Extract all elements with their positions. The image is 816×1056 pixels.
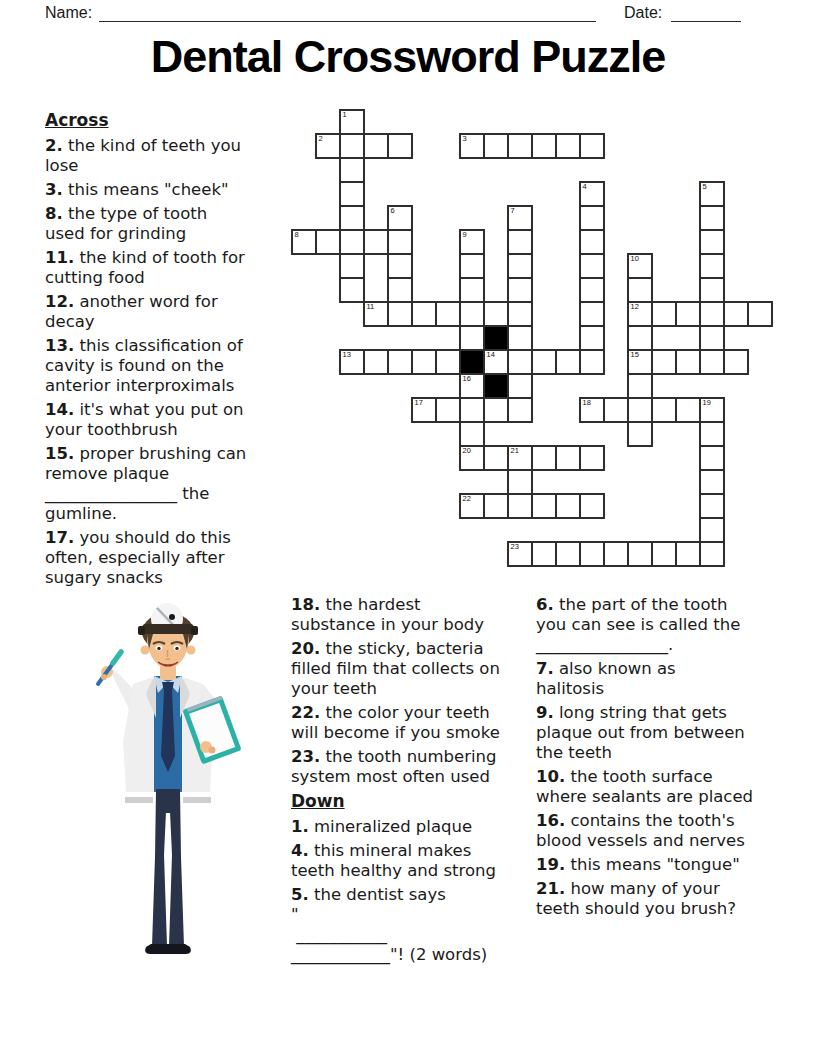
grid-cell[interactable] (339, 229, 365, 255)
grid-cell[interactable] (699, 205, 725, 231)
shoe-left (145, 944, 168, 954)
clue-number: 18 (583, 399, 591, 407)
grid-cell[interactable] (531, 541, 557, 567)
clue-down-1: 1. mineralized plaque (291, 817, 536, 837)
trouser-right-leg (169, 790, 184, 946)
grid-cell[interactable] (507, 349, 533, 375)
grid-cell[interactable] (459, 325, 485, 351)
clue-down-9: 9. long string that gets plaque out from… (536, 703, 778, 763)
grid-cell[interactable] (651, 541, 677, 567)
clue-down-16: 16. contains the tooth's blood vessels a… (536, 811, 778, 851)
grid-cell[interactable]: 12 (627, 301, 653, 327)
grid-cell[interactable] (579, 205, 605, 231)
grid-cell[interactable] (747, 301, 773, 327)
clue-across-3: 3. this means "cheek" (45, 180, 273, 200)
grid-cell[interactable] (579, 133, 605, 159)
grid-cell[interactable] (555, 133, 581, 159)
grid-cell[interactable]: 11 (363, 301, 389, 327)
pupil-left (157, 647, 160, 650)
grid-cell[interactable] (507, 493, 533, 519)
date-label: Date: (624, 4, 662, 22)
grid-cell[interactable] (675, 541, 701, 567)
grid-cell[interactable] (531, 133, 557, 159)
grid-cell[interactable] (507, 301, 533, 327)
grid-cell[interactable] (435, 349, 461, 375)
grid-cell-black (483, 325, 509, 351)
clue-down-21: 21. how many of your teeth should you br… (536, 879, 778, 919)
clue-across-8: 8. the type of tooth used for grinding (45, 204, 273, 244)
clue-number: 8 (295, 231, 299, 239)
clue-number: 1 (343, 111, 347, 119)
grid-cell[interactable] (339, 205, 365, 231)
clue-across-12: 12. another word for decay (45, 292, 273, 332)
clue-across-13: 13. this classification of cavity is fou… (45, 336, 273, 396)
grid-cell[interactable] (651, 349, 677, 375)
grid-cell[interactable] (387, 301, 413, 327)
grid-cell[interactable]: 13 (339, 349, 365, 375)
grid-cell[interactable]: 23 (507, 541, 533, 567)
grid-cell[interactable] (339, 277, 365, 303)
clue-number: 3 (463, 135, 467, 143)
grid-cell[interactable] (723, 301, 749, 327)
grid-cell[interactable] (483, 133, 509, 159)
grid-cell[interactable] (579, 277, 605, 303)
grid-cell[interactable] (507, 469, 533, 495)
grid-cell[interactable] (555, 349, 581, 375)
grid-cell[interactable] (579, 301, 605, 327)
crossword-grid: 1234567891011121314151617181920212223 (292, 110, 772, 566)
across-clue-list-continued: 18. the hardest substance in your body20… (291, 595, 536, 787)
down-clue-list: 1. mineralized plaque4. this mineral mak… (291, 817, 536, 965)
grid-cell[interactable]: 17 (411, 397, 437, 423)
grid-cell[interactable]: 19 (699, 397, 725, 423)
clue-number: 16 (463, 375, 471, 383)
grid-cell[interactable] (699, 325, 725, 351)
clue-number: 21 (511, 447, 519, 455)
grid-cell[interactable] (699, 349, 725, 375)
clue-across-11: 11. the kind of tooth for cutting food (45, 248, 273, 288)
grid-cell[interactable] (315, 229, 341, 255)
clue-down-4: 4. this mineral makes teeth healthy and … (291, 841, 536, 881)
grid-cell[interactable] (507, 325, 533, 351)
grid-cell[interactable]: 15 (627, 349, 653, 375)
clue-down-6: 6. the part of the tooth you can see is … (536, 595, 778, 655)
clue-number: 5 (703, 183, 707, 191)
grid-cell[interactable] (459, 253, 485, 279)
grid-cell[interactable] (627, 397, 653, 423)
grid-cell[interactable] (531, 349, 557, 375)
grid-cell[interactable] (627, 277, 653, 303)
grid-cell[interactable] (387, 277, 413, 303)
grid-cell[interactable]: 1 (339, 109, 365, 135)
clue-number: 4 (583, 183, 587, 191)
grid-cell[interactable] (339, 253, 365, 279)
grid-cell[interactable]: 14 (483, 349, 509, 375)
grid-cell[interactable] (483, 493, 509, 519)
grid-cell[interactable] (483, 397, 509, 423)
clue-number: 7 (511, 207, 515, 215)
grid-cell[interactable]: 8 (291, 229, 317, 255)
grid-cell[interactable] (435, 301, 461, 327)
grid-cell[interactable] (555, 541, 581, 567)
page-title: Dental Crossword Puzzle (0, 31, 816, 83)
grid-cell[interactable] (507, 133, 533, 159)
grid-cell[interactable] (699, 469, 725, 495)
clue-across-2: 2. the kind of teeth you lose (45, 136, 273, 176)
grid-cell[interactable]: 22 (459, 493, 485, 519)
grid-cell[interactable] (579, 493, 605, 519)
grid-cell[interactable] (555, 493, 581, 519)
grid-cell[interactable] (363, 349, 389, 375)
grid-cell[interactable] (603, 397, 629, 423)
clue-number: 17 (415, 399, 423, 407)
grid-cell[interactable] (339, 133, 365, 159)
tie-knot (162, 682, 174, 691)
headband (142, 624, 194, 634)
clue-number: 12 (631, 303, 639, 311)
grid-cell[interactable] (699, 253, 725, 279)
clue-number: 20 (463, 447, 471, 455)
grid-cell[interactable] (723, 349, 749, 375)
toothbrush-head-icon (113, 652, 121, 663)
head-mirror-hole (169, 614, 175, 620)
trouser-left-leg (152, 790, 167, 946)
grid-cell[interactable] (411, 301, 437, 327)
grid-cell[interactable] (387, 133, 413, 159)
clue-across-20: 20. the sticky, bacteria filled film tha… (291, 639, 536, 699)
clue-number: 6 (391, 207, 395, 215)
name-label: Name: (45, 4, 92, 22)
clue-number: 22 (463, 495, 471, 503)
dentist-illustration (88, 596, 248, 966)
grid-cell[interactable] (507, 253, 533, 279)
clue-across-23: 23. the tooth numbering system most ofte… (291, 747, 536, 787)
clue-down-7: 7. also known as halitosis (536, 659, 778, 699)
grid-cell[interactable] (531, 493, 557, 519)
grid-cell[interactable]: 4 (579, 181, 605, 207)
grid-cell[interactable] (675, 301, 701, 327)
grid-cell[interactable] (603, 541, 629, 567)
clue-across-22: 22. the color your teeth will become if … (291, 703, 536, 743)
coat-hem-left (125, 797, 153, 803)
grid-cell[interactable] (531, 445, 557, 471)
grid-cell[interactable] (699, 541, 725, 567)
date-blank-line (671, 21, 741, 22)
headband-knob-right (191, 626, 198, 635)
grid-cell[interactable] (387, 253, 413, 279)
grid-cell[interactable]: 3 (459, 133, 485, 159)
grid-cell[interactable] (675, 349, 701, 375)
grid-cell[interactable] (507, 229, 533, 255)
right-clues-column: 6. the part of the tooth you can see is … (536, 595, 778, 923)
clue-number: 10 (631, 255, 639, 263)
grid-cell[interactable]: 9 (459, 229, 485, 255)
clue-number: 13 (343, 351, 351, 359)
grid-cell[interactable] (627, 373, 653, 399)
grid-cell[interactable] (579, 541, 605, 567)
grid-cell[interactable] (699, 445, 725, 471)
right-fingers (209, 747, 216, 754)
across-clue-list: 2. the kind of teeth you lose3. this mea… (45, 136, 273, 588)
grid-cell[interactable] (699, 277, 725, 303)
grid-cell[interactable] (651, 301, 677, 327)
grid-cell[interactable] (507, 397, 533, 423)
clue-across-18: 18. the hardest substance in your body (291, 595, 536, 635)
grid-cell[interactable]: 6 (387, 205, 413, 231)
grid-cell-black (459, 349, 485, 375)
grid-cell[interactable] (675, 397, 701, 423)
grid-cell[interactable] (459, 397, 485, 423)
grid-cell[interactable] (483, 445, 509, 471)
grid-cell[interactable] (555, 445, 581, 471)
clue-number: 23 (511, 543, 519, 551)
grid-cell-black (483, 373, 509, 399)
grid-cell[interactable] (699, 229, 725, 255)
grid-cell[interactable]: 5 (699, 181, 725, 207)
grid-cell[interactable] (579, 229, 605, 255)
grid-cell[interactable] (459, 421, 485, 447)
grid-cell[interactable] (627, 421, 653, 447)
clue-across-15: 15. proper brushing can remove plaque __… (45, 444, 273, 524)
grid-cell[interactable]: 16 (459, 373, 485, 399)
grid-cell[interactable] (579, 325, 605, 351)
grid-cell[interactable] (363, 229, 389, 255)
grid-cell[interactable] (411, 349, 437, 375)
headband-knob-left (138, 626, 145, 635)
grid-cell[interactable] (435, 397, 461, 423)
grid-cell[interactable]: 18 (579, 397, 605, 423)
grid-cell[interactable] (699, 493, 725, 519)
middle-clues-column: 18. the hardest substance in your body20… (291, 595, 536, 969)
grid-cell[interactable] (387, 229, 413, 255)
grid-cell[interactable] (699, 301, 725, 327)
grid-cell[interactable] (699, 421, 725, 447)
grid-cell[interactable] (507, 373, 533, 399)
down-heading: Down (291, 791, 536, 811)
grid-cell[interactable] (483, 301, 509, 327)
grid-cell[interactable] (507, 277, 533, 303)
clue-number: 2 (319, 135, 323, 143)
clue-down-10: 10. the tooth surface where sealants are… (536, 767, 778, 807)
clue-across-17: 17. you should do this often, especially… (45, 528, 273, 588)
grid-cell[interactable]: 21 (507, 445, 533, 471)
grid-cell[interactable] (579, 253, 605, 279)
grid-cell[interactable]: 10 (627, 253, 653, 279)
grid-cell[interactable]: 7 (507, 205, 533, 231)
clue-number: 15 (631, 351, 639, 359)
across-heading: Across (45, 110, 273, 130)
grid-cell[interactable] (363, 133, 389, 159)
name-blank-line (99, 21, 596, 22)
grid-cell[interactable] (651, 397, 677, 423)
clue-down-19: 19. this means "tongue" (536, 855, 778, 875)
grid-cell[interactable] (579, 445, 605, 471)
grid-cell[interactable] (579, 349, 605, 375)
grid-cell[interactable] (387, 349, 413, 375)
grid-cell[interactable] (339, 157, 365, 183)
coat-hem-right (183, 797, 211, 803)
clue-number: 19 (703, 399, 711, 407)
clue-number: 9 (463, 231, 467, 239)
pupil-right (175, 647, 178, 650)
clue-number: 11 (367, 303, 375, 311)
left-thumb (101, 674, 107, 680)
grid-cell[interactable]: 2 (315, 133, 341, 159)
clue-across-14: 14. it's what you put on your toothbrush (45, 400, 273, 440)
across-clues-column: Across 2. the kind of teeth you lose3. t… (45, 110, 273, 592)
grid-cell[interactable] (627, 325, 653, 351)
clue-number: 14 (487, 351, 495, 359)
shoe-right (168, 944, 191, 954)
grid-cell[interactable] (339, 181, 365, 207)
grid-cell[interactable] (627, 541, 653, 567)
grid-cell[interactable] (459, 301, 485, 327)
grid-cell[interactable]: 20 (459, 445, 485, 471)
grid-cell[interactable] (459, 277, 485, 303)
down-clue-list-continued: 6. the part of the tooth you can see is … (536, 595, 778, 919)
clue-down-5: 5. the dentist says " ___________ ______… (291, 885, 536, 965)
grid-cell[interactable] (699, 517, 725, 543)
